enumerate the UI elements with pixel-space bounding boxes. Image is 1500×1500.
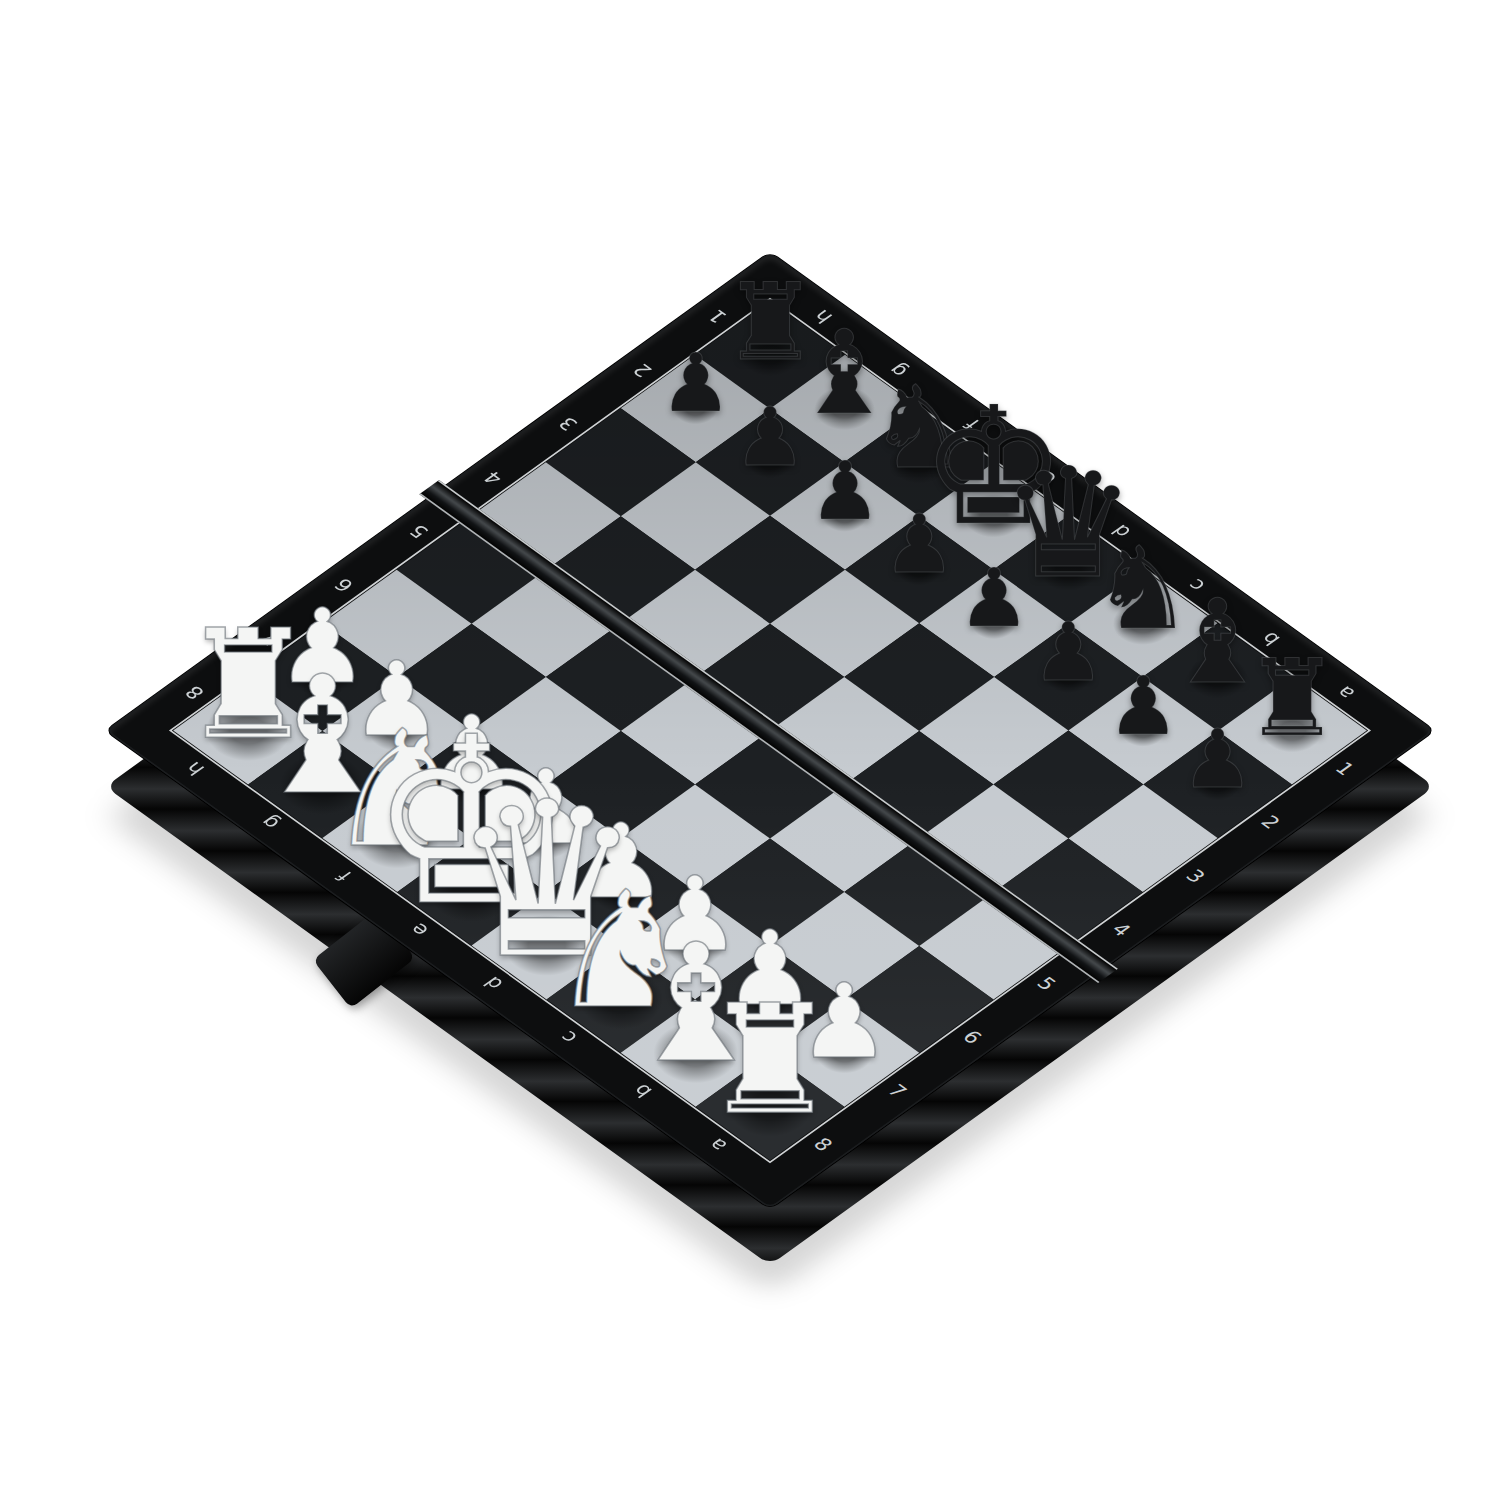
playfield: ♜♝♞♚♛♞♝♜♟♟♟♟♟♟♟♟♟♟♟♟♟♟♟♟♜♝♞♚♛♞♝♜	[173, 301, 1367, 1160]
white-rook-glyph: ♜	[702, 986, 837, 1137]
black-pawn-glyph: ♟	[883, 505, 956, 586]
black-pawn-glyph: ♟	[808, 451, 881, 532]
black-pawn-glyph: ♟	[957, 558, 1030, 639]
black-rook-glyph: ♜	[1245, 646, 1340, 752]
chess-board-frame: hgfedcba hgfedcba 12345678 12345678 ♜♝♞♚…	[105, 252, 1434, 1209]
black-pawn-glyph: ♟	[1181, 719, 1254, 800]
board-projection: hgfedcba hgfedcba 12345678 12345678 ♜♝♞♚…	[105, 252, 1434, 1209]
scene: hgfedcba hgfedcba 12345678 12345678 ♜♝♞♚…	[0, 0, 1500, 1500]
black-pawn-glyph: ♟	[659, 343, 732, 424]
pieces-layer: ♜♝♞♚♛♞♝♜♟♟♟♟♟♟♟♟♟♟♟♟♟♟♟♟♜♝♞♚♛♞♝♜	[173, 301, 1367, 1160]
black-pawn-glyph: ♟	[1032, 612, 1105, 693]
black-pawn-glyph: ♟	[734, 397, 807, 478]
black-pawn-glyph: ♟	[1107, 666, 1180, 747]
